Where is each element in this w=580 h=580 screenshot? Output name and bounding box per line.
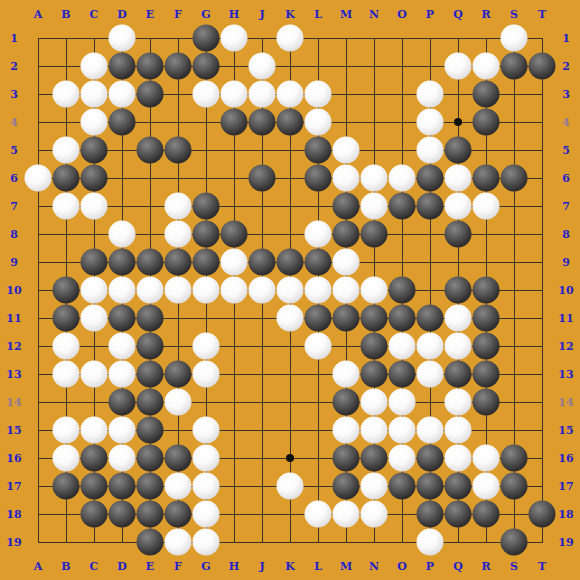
row-label-right-10: 10 <box>558 285 573 296</box>
stone-white <box>333 361 360 388</box>
stone-black <box>193 25 220 52</box>
row-label-left-2: 2 <box>10 61 18 72</box>
stone-black <box>305 305 332 332</box>
stone-black <box>53 165 80 192</box>
col-label-bottom-A: A <box>34 561 43 572</box>
stone-black <box>137 361 164 388</box>
stone-black <box>361 445 388 472</box>
stone-black <box>109 389 136 416</box>
stone-black <box>137 305 164 332</box>
row-label-left-15: 15 <box>6 425 21 436</box>
stone-white <box>389 417 416 444</box>
row-label-right-6: 6 <box>562 173 570 184</box>
stone-black <box>361 333 388 360</box>
stone-black <box>81 137 108 164</box>
col-label-bottom-B: B <box>61 561 70 572</box>
stone-white <box>53 445 80 472</box>
stone-black <box>249 249 276 276</box>
stone-white <box>109 277 136 304</box>
col-label-bottom-O: O <box>397 561 407 572</box>
stone-white <box>445 193 472 220</box>
stone-white <box>417 529 444 556</box>
stone-black <box>165 445 192 472</box>
row-label-left-17: 17 <box>6 481 21 492</box>
stone-white <box>277 473 304 500</box>
stone-white <box>81 53 108 80</box>
col-label-top-C: C <box>90 9 99 20</box>
stone-black <box>109 249 136 276</box>
stone-black <box>137 249 164 276</box>
col-label-bottom-K: K <box>285 561 295 572</box>
stone-black <box>417 193 444 220</box>
stone-white <box>361 473 388 500</box>
stone-black <box>137 501 164 528</box>
stone-white <box>249 81 276 108</box>
stone-black <box>417 165 444 192</box>
go-board[interactable]: AABBCCDDEEFFGGHHJJKKLLMMNNOOPPQQRRSSTT11… <box>0 0 580 580</box>
stone-black <box>361 305 388 332</box>
stone-black <box>333 305 360 332</box>
row-label-left-8: 8 <box>10 229 18 240</box>
stone-black <box>473 501 500 528</box>
stone-white <box>305 501 332 528</box>
stone-white <box>333 165 360 192</box>
stone-white <box>305 333 332 360</box>
stone-white <box>137 277 164 304</box>
stone-black <box>193 249 220 276</box>
stone-white <box>109 333 136 360</box>
stone-white <box>445 53 472 80</box>
row-label-left-6: 6 <box>10 173 18 184</box>
stone-white <box>389 333 416 360</box>
row-label-right-2: 2 <box>562 61 570 72</box>
row-label-left-5: 5 <box>10 145 18 156</box>
row-label-right-9: 9 <box>562 257 570 268</box>
stone-white <box>165 473 192 500</box>
stone-white <box>333 249 360 276</box>
stone-white <box>193 333 220 360</box>
row-label-right-3: 3 <box>562 89 570 100</box>
stone-black <box>193 221 220 248</box>
stone-black <box>417 305 444 332</box>
stone-black <box>305 137 332 164</box>
row-label-right-14: 14 <box>558 397 573 408</box>
row-label-left-7: 7 <box>10 201 18 212</box>
stone-black <box>529 501 556 528</box>
stone-white <box>361 193 388 220</box>
stone-black <box>333 389 360 416</box>
col-label-bottom-T: T <box>538 561 546 572</box>
stone-black <box>473 81 500 108</box>
col-label-bottom-Q: Q <box>453 561 463 572</box>
stone-black <box>445 277 472 304</box>
stone-black <box>473 333 500 360</box>
stone-white <box>417 137 444 164</box>
stone-black <box>473 277 500 304</box>
stone-black <box>417 501 444 528</box>
stone-white <box>25 165 52 192</box>
stone-black <box>333 473 360 500</box>
stone-white <box>445 333 472 360</box>
stone-white <box>81 277 108 304</box>
stone-white <box>277 25 304 52</box>
stone-black <box>81 473 108 500</box>
row-label-left-3: 3 <box>10 89 18 100</box>
stone-black <box>137 333 164 360</box>
stone-white <box>417 333 444 360</box>
stone-white <box>53 81 80 108</box>
stone-black <box>501 529 528 556</box>
stone-black <box>445 221 472 248</box>
stone-black <box>473 109 500 136</box>
stone-black <box>333 445 360 472</box>
stone-white <box>81 361 108 388</box>
stone-white <box>109 221 136 248</box>
stone-white <box>389 445 416 472</box>
stone-black <box>137 81 164 108</box>
col-label-top-A: A <box>34 9 43 20</box>
row-label-left-19: 19 <box>6 537 21 548</box>
col-label-bottom-N: N <box>369 561 379 572</box>
stone-white <box>193 445 220 472</box>
stone-white <box>361 501 388 528</box>
stone-black <box>473 305 500 332</box>
stone-black <box>501 473 528 500</box>
stone-white <box>193 417 220 444</box>
stone-white <box>221 277 248 304</box>
col-label-top-D: D <box>117 9 127 20</box>
stone-white <box>417 81 444 108</box>
col-label-bottom-G: G <box>201 561 210 572</box>
stone-black <box>445 137 472 164</box>
row-label-left-1: 1 <box>10 33 18 44</box>
col-label-bottom-F: F <box>174 561 182 572</box>
stone-white <box>81 417 108 444</box>
stone-black <box>305 249 332 276</box>
stone-white <box>81 193 108 220</box>
stone-white <box>305 221 332 248</box>
col-label-top-O: O <box>397 9 407 20</box>
col-label-top-E: E <box>146 9 154 20</box>
stone-white <box>445 165 472 192</box>
stone-black <box>417 445 444 472</box>
stone-black <box>333 193 360 220</box>
stone-black <box>277 249 304 276</box>
stone-black <box>81 501 108 528</box>
stone-black <box>81 165 108 192</box>
col-label-top-G: G <box>201 9 210 20</box>
stone-white <box>389 389 416 416</box>
stone-white <box>445 417 472 444</box>
stone-black <box>137 53 164 80</box>
stone-white <box>109 417 136 444</box>
stone-white <box>109 81 136 108</box>
hoshi-point-K16 <box>286 454 294 462</box>
col-label-top-H: H <box>229 9 239 20</box>
stone-white <box>473 193 500 220</box>
stone-white <box>417 361 444 388</box>
col-label-bottom-M: M <box>340 561 352 572</box>
stone-white <box>193 81 220 108</box>
stone-black <box>221 109 248 136</box>
row-label-left-9: 9 <box>10 257 18 268</box>
stone-white <box>165 277 192 304</box>
stone-white <box>333 277 360 304</box>
row-label-left-14: 14 <box>6 397 21 408</box>
stone-black <box>109 53 136 80</box>
stone-white <box>333 501 360 528</box>
stone-white <box>333 137 360 164</box>
stone-black <box>473 165 500 192</box>
row-label-left-18: 18 <box>6 509 21 520</box>
row-label-right-13: 13 <box>558 369 573 380</box>
col-label-bottom-R: R <box>481 561 490 572</box>
stone-white <box>417 109 444 136</box>
stone-white <box>221 25 248 52</box>
stone-black <box>249 165 276 192</box>
stone-black <box>81 249 108 276</box>
stone-white <box>445 389 472 416</box>
stone-white <box>193 473 220 500</box>
row-label-right-16: 16 <box>558 453 573 464</box>
stone-black <box>473 389 500 416</box>
stone-black <box>305 165 332 192</box>
row-label-right-12: 12 <box>558 341 573 352</box>
row-label-right-5: 5 <box>562 145 570 156</box>
stone-black <box>445 501 472 528</box>
stone-white <box>389 165 416 192</box>
stone-white <box>501 25 528 52</box>
stone-white <box>53 193 80 220</box>
stone-black <box>165 137 192 164</box>
col-label-bottom-E: E <box>146 561 154 572</box>
col-label-bottom-P: P <box>426 561 434 572</box>
stone-white <box>445 445 472 472</box>
stone-black <box>109 305 136 332</box>
stone-black <box>193 193 220 220</box>
stone-white <box>221 249 248 276</box>
stone-black <box>417 473 444 500</box>
col-label-top-S: S <box>510 9 518 20</box>
row-label-left-10: 10 <box>6 285 21 296</box>
stone-black <box>81 445 108 472</box>
stone-white <box>81 305 108 332</box>
stone-white <box>249 277 276 304</box>
stone-black <box>501 53 528 80</box>
stone-black <box>389 305 416 332</box>
col-label-bottom-C: C <box>90 561 99 572</box>
stone-black <box>361 361 388 388</box>
row-label-left-16: 16 <box>6 453 21 464</box>
stone-white <box>361 277 388 304</box>
stone-black <box>137 389 164 416</box>
stone-black <box>389 473 416 500</box>
stone-white <box>361 165 388 192</box>
stone-white <box>81 81 108 108</box>
row-label-right-4: 4 <box>562 117 570 128</box>
col-label-bottom-D: D <box>117 561 127 572</box>
stone-white <box>109 361 136 388</box>
stone-black <box>249 109 276 136</box>
stone-white <box>277 81 304 108</box>
stone-white <box>109 25 136 52</box>
stone-white <box>165 221 192 248</box>
stone-black <box>501 445 528 472</box>
stone-black <box>333 221 360 248</box>
col-label-top-L: L <box>314 9 322 20</box>
stone-white <box>53 137 80 164</box>
stone-white <box>473 53 500 80</box>
stone-black <box>501 165 528 192</box>
row-label-right-17: 17 <box>558 481 573 492</box>
stone-white <box>53 417 80 444</box>
stone-white <box>361 417 388 444</box>
col-label-top-B: B <box>61 9 70 20</box>
stone-black <box>529 53 556 80</box>
stone-black <box>137 417 164 444</box>
col-label-top-J: J <box>259 9 264 20</box>
stone-white <box>305 109 332 136</box>
stone-white <box>417 417 444 444</box>
stone-white <box>193 501 220 528</box>
col-label-bottom-H: H <box>229 561 239 572</box>
stone-white <box>305 81 332 108</box>
col-label-top-F: F <box>174 9 182 20</box>
row-label-left-12: 12 <box>6 341 21 352</box>
stone-white <box>221 81 248 108</box>
stone-black <box>445 361 472 388</box>
stone-black <box>137 445 164 472</box>
col-label-top-K: K <box>285 9 295 20</box>
row-label-right-15: 15 <box>558 425 573 436</box>
stone-black <box>389 193 416 220</box>
stone-white <box>109 445 136 472</box>
stone-black <box>109 109 136 136</box>
col-label-top-P: P <box>426 9 434 20</box>
stone-white <box>193 361 220 388</box>
stone-black <box>277 109 304 136</box>
stone-black <box>361 221 388 248</box>
stone-black <box>109 473 136 500</box>
col-label-top-Q: Q <box>453 9 463 20</box>
stone-black <box>137 473 164 500</box>
stone-black <box>221 221 248 248</box>
col-label-top-M: M <box>340 9 352 20</box>
row-label-left-11: 11 <box>6 313 21 324</box>
row-label-right-11: 11 <box>558 313 573 324</box>
stone-white <box>277 277 304 304</box>
stone-black <box>165 501 192 528</box>
stone-white <box>53 333 80 360</box>
stone-black <box>165 361 192 388</box>
stone-black <box>53 473 80 500</box>
col-label-bottom-S: S <box>510 561 518 572</box>
stone-white <box>361 389 388 416</box>
stone-black <box>389 277 416 304</box>
stone-black <box>473 361 500 388</box>
stone-black <box>137 137 164 164</box>
stone-white <box>165 389 192 416</box>
stone-black <box>389 361 416 388</box>
stone-white <box>249 53 276 80</box>
col-label-bottom-L: L <box>314 561 322 572</box>
hoshi-point-Q4 <box>454 118 462 126</box>
stone-white <box>445 305 472 332</box>
row-label-right-7: 7 <box>562 201 570 212</box>
stone-black <box>137 529 164 556</box>
stone-black <box>165 249 192 276</box>
row-label-left-4: 4 <box>10 117 18 128</box>
stone-white <box>473 445 500 472</box>
stone-white <box>193 529 220 556</box>
col-label-top-N: N <box>369 9 379 20</box>
stone-white <box>305 277 332 304</box>
col-label-bottom-J: J <box>259 561 264 572</box>
stone-black <box>53 305 80 332</box>
stone-white <box>53 361 80 388</box>
row-label-right-1: 1 <box>562 33 570 44</box>
row-label-left-13: 13 <box>6 369 21 380</box>
stone-black <box>165 53 192 80</box>
stone-white <box>165 529 192 556</box>
stone-white <box>81 109 108 136</box>
stone-white <box>473 473 500 500</box>
stone-white <box>165 193 192 220</box>
row-label-right-18: 18 <box>558 509 573 520</box>
stone-white <box>277 305 304 332</box>
stone-white <box>333 417 360 444</box>
col-label-top-T: T <box>538 9 546 20</box>
row-label-right-19: 19 <box>558 537 573 548</box>
stone-black <box>109 501 136 528</box>
stone-black <box>193 53 220 80</box>
col-label-top-R: R <box>481 9 490 20</box>
stone-white <box>193 277 220 304</box>
stone-black <box>53 277 80 304</box>
stone-black <box>445 473 472 500</box>
row-label-right-8: 8 <box>562 229 570 240</box>
